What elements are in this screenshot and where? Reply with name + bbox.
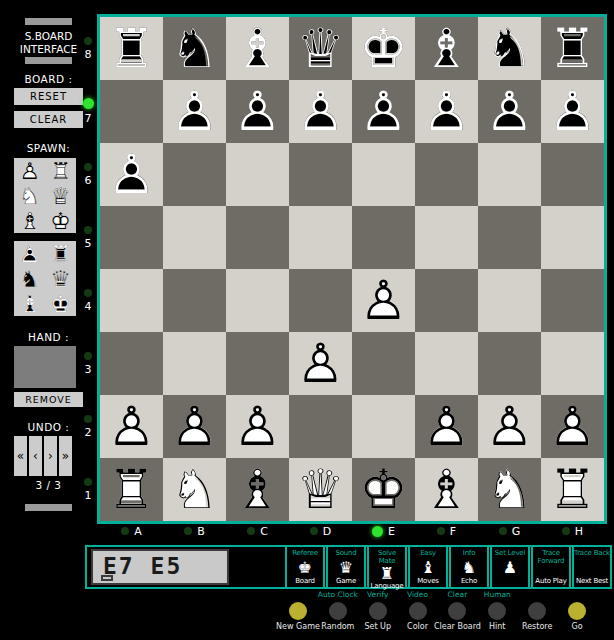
- file-label-b: B: [197, 525, 205, 538]
- file-indicator-c: C: [226, 521, 289, 541]
- square-g1[interactable]: ♞♘: [478, 458, 541, 521]
- square-a5[interactable]: [100, 206, 163, 269]
- fn-bottom-label: Language: [371, 582, 404, 590]
- square-a7[interactable]: [100, 80, 163, 143]
- square-d7[interactable]: ♟♙: [289, 80, 352, 143]
- queen-icon: ♛: [337, 559, 355, 576]
- fn-button-trace-back[interactable]: Trace BackNext Best: [572, 545, 612, 589]
- square-b4[interactable]: [163, 269, 226, 332]
- file-indicator-a: A: [100, 521, 163, 541]
- black-queen: ♛♕: [289, 17, 352, 80]
- square-g2[interactable]: ♟♙: [478, 395, 541, 458]
- black-pawn: ♟♙: [478, 80, 541, 143]
- white-pawn: ♟♙: [352, 269, 415, 332]
- square-e4[interactable]: ♟♙: [352, 269, 415, 332]
- black-queen: ♛♕: [45, 266, 76, 291]
- sidebar-top-bar: [25, 18, 72, 25]
- fn-bottom-label: Next Best: [576, 577, 608, 585]
- black-bishop: ♝♗: [14, 291, 45, 316]
- file-indicator-g: G: [478, 521, 541, 541]
- undo-last-button[interactable]: »: [59, 436, 72, 476]
- file-label-h: H: [575, 525, 583, 538]
- square-h6[interactable]: [541, 143, 604, 206]
- file-led-c: [247, 527, 255, 535]
- black-king: ♚♔: [352, 17, 415, 80]
- file-led-g: [499, 527, 507, 535]
- square-e6[interactable]: [352, 143, 415, 206]
- rank-indicator-6: 6: [79, 143, 97, 206]
- black-bishop: ♝♗: [226, 17, 289, 80]
- square-d5[interactable]: [289, 206, 352, 269]
- rank-led-6: [84, 163, 92, 171]
- rank-label-3: 3: [85, 363, 92, 376]
- file-label-d: D: [323, 525, 331, 538]
- sidebar-bottom-bar: [25, 504, 72, 511]
- square-e5[interactable]: [352, 206, 415, 269]
- square-f6[interactable]: [415, 143, 478, 206]
- rank-led-3: [84, 352, 92, 360]
- round-button-random[interactable]: [329, 602, 347, 620]
- undo-back-button[interactable]: ‹: [29, 436, 42, 476]
- white-pawn: ♟♙: [100, 395, 163, 458]
- square-g7[interactable]: ♟♙: [478, 80, 541, 143]
- square-e3[interactable]: [352, 332, 415, 395]
- square-d3[interactable]: ♟♙: [289, 332, 352, 395]
- file-indicator-e: E: [352, 521, 415, 541]
- round-button-restore[interactable]: [528, 602, 546, 620]
- square-g4[interactable]: [478, 269, 541, 332]
- square-a1[interactable]: ♜♖: [100, 458, 163, 521]
- white-knight: ♞♘: [163, 458, 226, 521]
- lcd-cursor-indicator: [101, 575, 113, 581]
- round-top-label: [545, 590, 609, 600]
- white-queen: ♛♕: [289, 458, 352, 521]
- rank-indicator-3: 3: [79, 332, 97, 395]
- spawn-black-knight[interactable]: ♞♘: [14, 266, 45, 291]
- fn-top-label: Set Level: [495, 549, 525, 557]
- square-e1[interactable]: ♚♔: [352, 458, 415, 521]
- sidebar-divider-bar: [25, 57, 72, 64]
- square-b6[interactable]: [163, 143, 226, 206]
- square-c2[interactable]: ♟♙: [226, 395, 289, 458]
- white-rook: ♜♖: [45, 158, 76, 183]
- white-pawn: ♟♙: [478, 395, 541, 458]
- fn-bottom-label: Auto Play: [535, 577, 566, 585]
- spawn-white-king[interactable]: ♚♔: [45, 208, 76, 233]
- rank-indicator-7: 7: [79, 80, 97, 143]
- undo-controls: «‹›»: [14, 436, 72, 476]
- square-g5[interactable]: [478, 206, 541, 269]
- black-rook: ♜♖: [541, 17, 604, 80]
- black-knight: ♞♘: [163, 17, 226, 80]
- square-b2[interactable]: ♟♙: [163, 395, 226, 458]
- round-button-color[interactable]: [409, 602, 427, 620]
- square-a3[interactable]: [100, 332, 163, 395]
- round-button-hint[interactable]: [488, 602, 506, 620]
- white-king: ♚♔: [45, 208, 76, 233]
- file-label-g: G: [512, 525, 521, 538]
- square-f1[interactable]: ♝♗: [415, 458, 478, 521]
- rank-led-5: [84, 226, 92, 234]
- rank-indicator-4: 4: [79, 269, 97, 332]
- rank-label-1: 1: [85, 489, 92, 502]
- square-a8[interactable]: ♜♖: [100, 17, 163, 80]
- rank-indicator-2: 2: [79, 395, 97, 458]
- white-bishop: ♝♗: [415, 458, 478, 521]
- rank-label-2: 2: [85, 426, 92, 439]
- lcd-display: E7 E5: [91, 549, 229, 585]
- file-indicator-h: H: [541, 521, 604, 541]
- black-pawn: ♟♙: [289, 80, 352, 143]
- rank-label-6: 6: [85, 174, 92, 187]
- chess-board: ♜♖♞♘♝♗♛♕♚♔♝♗♞♘♜♖♟♙♟♙♟♙♟♙♟♙♟♙♟♙♟♙♟♙♟♙♟♙♟♙…: [97, 14, 607, 524]
- white-pawn: ♟♙: [415, 395, 478, 458]
- black-rook: ♜♖: [45, 241, 76, 266]
- square-a6[interactable]: ♟♙: [100, 143, 163, 206]
- square-e8[interactable]: ♚♔: [352, 17, 415, 80]
- fn-icon-empty: [542, 565, 560, 577]
- white-rook: ♜♖: [100, 458, 163, 521]
- file-led-b: [184, 527, 192, 535]
- fn-top-label: Referee: [292, 549, 318, 557]
- white-queen: ♛♕: [45, 183, 76, 208]
- square-d8[interactable]: ♛♕: [289, 17, 352, 80]
- file-label-f: F: [450, 525, 456, 538]
- rank-indicator-1: 1: [79, 458, 97, 521]
- white-knight: ♞♘: [14, 183, 45, 208]
- white-bishop: ♝♗: [14, 208, 45, 233]
- square-f5[interactable]: [415, 206, 478, 269]
- fn-bottom-label: Game: [336, 577, 356, 585]
- rank-led-8: [84, 37, 92, 45]
- function-buttons: Referee♚BoardSound♛GameSolve Mate♜Langua…: [285, 545, 612, 589]
- black-knight: ♞♘: [14, 266, 45, 291]
- fn-button-solve-mate[interactable]: Solve Mate♜Language: [367, 545, 407, 589]
- square-h4[interactable]: [541, 269, 604, 332]
- rank-led-2: [84, 415, 92, 423]
- white-pawn: ♟♙: [289, 332, 352, 395]
- white-pawn: ♟♙: [226, 395, 289, 458]
- square-g6[interactable]: [478, 143, 541, 206]
- black-pawn: ♟♙: [14, 241, 45, 266]
- bishop-icon: ♝: [419, 559, 437, 576]
- square-a2[interactable]: ♟♙: [100, 395, 163, 458]
- spawn-white-bishop[interactable]: ♝♗: [14, 208, 45, 233]
- rank-led-1: [84, 478, 92, 486]
- round-button-go[interactable]: [568, 602, 586, 620]
- fn-top-label: Easy: [420, 549, 436, 557]
- spawn-white-pawn[interactable]: ♟♙: [14, 158, 45, 183]
- rank-led-4: [84, 289, 92, 297]
- king-icon: ♚: [296, 559, 314, 576]
- fn-bottom-label: Echo: [461, 577, 477, 585]
- square-b5[interactable]: [163, 206, 226, 269]
- round-button-clear-board[interactable]: [448, 602, 466, 620]
- file-led-f: [437, 527, 445, 535]
- black-pawn: ♟♙: [541, 80, 604, 143]
- file-led-e: [372, 526, 383, 537]
- console-panel: E7 E5 Referee♚BoardSound♛GameSolve Mate♜…: [85, 545, 612, 589]
- black-knight: ♞♘: [478, 17, 541, 80]
- round-button-new-game[interactable]: [289, 602, 307, 620]
- spawn-black-king[interactable]: ♚♔: [45, 291, 76, 316]
- fn-top-label: Solve Mate: [369, 549, 405, 565]
- square-h7[interactable]: ♟♙: [541, 80, 604, 143]
- black-pawn: ♟♙: [415, 80, 478, 143]
- spawn-white-queen[interactable]: ♛♕: [45, 183, 76, 208]
- square-d4[interactable]: [289, 269, 352, 332]
- file-indicator-b: B: [163, 521, 226, 541]
- white-pawn: ♟♙: [14, 158, 45, 183]
- file-label-e: E: [388, 525, 395, 538]
- lcd-move-text: E7 E5: [93, 551, 227, 581]
- black-pawn: ♟♙: [226, 80, 289, 143]
- fn-top-label: Trace Back: [574, 549, 610, 557]
- white-pawn: ♟♙: [163, 395, 226, 458]
- spawn-black-rook[interactable]: ♜♖: [45, 241, 76, 266]
- black-king: ♚♔: [45, 291, 76, 316]
- square-f4[interactable]: [415, 269, 478, 332]
- square-g8[interactable]: ♞♘: [478, 17, 541, 80]
- black-pawn: ♟♙: [100, 143, 163, 206]
- rank-label-7: 7: [85, 112, 92, 125]
- white-king: ♚♔: [352, 458, 415, 521]
- fn-top-label: Info: [463, 549, 475, 557]
- square-b8[interactable]: ♞♘: [163, 17, 226, 80]
- rank-label-4: 4: [85, 300, 92, 313]
- file-led-h: [562, 527, 570, 535]
- square-a4[interactable]: [100, 269, 163, 332]
- file-indicator-f: F: [415, 521, 478, 541]
- square-h3[interactable]: [541, 332, 604, 395]
- fn-bottom-label: Board: [295, 577, 315, 585]
- white-rook: ♜♖: [541, 458, 604, 521]
- spawn-palette-black: ♟♙♜♖♞♘♛♕♝♗♚♔: [14, 241, 76, 316]
- pawn-icon: ♟: [501, 559, 519, 576]
- rank-label-5: 5: [85, 237, 92, 250]
- white-knight: ♞♘: [478, 458, 541, 521]
- clear-button[interactable]: CLEAR: [14, 111, 83, 128]
- square-c5[interactable]: [226, 206, 289, 269]
- round-control-go: Go: [545, 590, 609, 631]
- fn-button-referee[interactable]: Referee♚Board: [285, 545, 325, 589]
- square-f8[interactable]: ♝♗: [415, 17, 478, 80]
- square-d6[interactable]: [289, 143, 352, 206]
- black-bishop: ♝♗: [415, 17, 478, 80]
- round-button-set-up[interactable]: [369, 602, 387, 620]
- chess-computer-app: { "game": "chess", "position": { "fen": …: [0, 0, 614, 640]
- spawn-white-knight[interactable]: ♞♘: [14, 183, 45, 208]
- square-c6[interactable]: [226, 143, 289, 206]
- undo-forward-button[interactable]: ›: [44, 436, 57, 476]
- square-c4[interactable]: [226, 269, 289, 332]
- rank-led-7: [83, 98, 94, 109]
- spawn-white-rook[interactable]: ♜♖: [45, 158, 76, 183]
- square-d2[interactable]: [289, 395, 352, 458]
- undo-first-button[interactable]: «: [14, 436, 27, 476]
- fn-button-info[interactable]: Info♞Echo: [449, 545, 489, 589]
- square-e7[interactable]: ♟♙: [352, 80, 415, 143]
- remove-button[interactable]: REMOVE: [14, 392, 83, 407]
- fn-button-sound[interactable]: Sound♛Game: [326, 545, 366, 589]
- rank-indicator-8: 8: [79, 17, 97, 80]
- square-f3[interactable]: [415, 332, 478, 395]
- white-pawn: ♟♙: [541, 395, 604, 458]
- square-e2[interactable]: [352, 395, 415, 458]
- square-c3[interactable]: [226, 332, 289, 395]
- rank-indicator-5: 5: [79, 206, 97, 269]
- fn-top-label: Trace Forward: [538, 549, 565, 565]
- spawn-black-pawn[interactable]: ♟♙: [14, 241, 45, 266]
- fn-icon-empty: [583, 559, 601, 576]
- spawn-palette-white: ♟♙♜♖♞♘♛♕♝♗♚♔: [14, 158, 76, 233]
- fn-top-label: Sound: [335, 549, 356, 557]
- black-pawn: ♟♙: [352, 80, 415, 143]
- spawn-black-queen[interactable]: ♛♕: [45, 266, 76, 291]
- fn-button-trace-forward[interactable]: Trace ForwardAuto Play: [531, 545, 571, 589]
- square-h5[interactable]: [541, 206, 604, 269]
- rank-label-8: 8: [85, 48, 92, 61]
- black-pawn: ♟♙: [163, 80, 226, 143]
- file-led-d: [310, 527, 318, 535]
- file-label-c: C: [260, 525, 268, 538]
- square-h8[interactable]: ♜♖: [541, 17, 604, 80]
- reset-button[interactable]: RESET: [14, 88, 83, 105]
- square-f7[interactable]: ♟♙: [415, 80, 478, 143]
- fn-bottom-label: Moves: [417, 577, 438, 585]
- square-c1[interactable]: ♝♗: [226, 458, 289, 521]
- square-f2[interactable]: ♟♙: [415, 395, 478, 458]
- square-h2[interactable]: ♟♙: [541, 395, 604, 458]
- knight-icon: ♞: [460, 559, 478, 576]
- white-bishop: ♝♗: [226, 458, 289, 521]
- round-bottom-label: Go: [545, 622, 609, 631]
- square-d1[interactable]: ♛♕: [289, 458, 352, 521]
- fn-button-set-level[interactable]: Set Level♟: [490, 545, 530, 589]
- spawn-black-bishop[interactable]: ♝♗: [14, 291, 45, 316]
- fn-button-easy[interactable]: Easy♝Moves: [408, 545, 448, 589]
- square-g3[interactable]: [478, 332, 541, 395]
- hand-display-box: [14, 346, 76, 388]
- rook-icon: ♜: [378, 565, 396, 582]
- square-h1[interactable]: ♜♖: [541, 458, 604, 521]
- file-led-a: [121, 527, 129, 535]
- file-indicator-d: D: [289, 521, 352, 541]
- black-rook: ♜♖: [100, 17, 163, 80]
- square-b3[interactable]: [163, 332, 226, 395]
- square-b1[interactable]: ♞♘: [163, 458, 226, 521]
- square-c8[interactable]: ♝♗: [226, 17, 289, 80]
- square-c7[interactable]: ♟♙: [226, 80, 289, 143]
- square-b7[interactable]: ♟♙: [163, 80, 226, 143]
- file-label-a: A: [134, 525, 142, 538]
